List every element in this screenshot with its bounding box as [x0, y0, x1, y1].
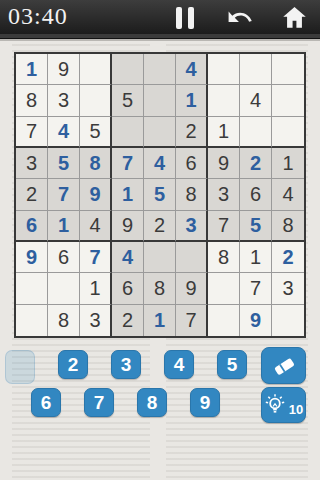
- cell-r5c9[interactable]: 4: [272, 179, 304, 210]
- undo-icon: [226, 4, 253, 31]
- digit-key-1: [5, 350, 35, 384]
- cell-r3c3[interactable]: 5: [80, 117, 112, 148]
- cell-r7c5[interactable]: [144, 242, 176, 273]
- cell-r1c7[interactable]: [208, 54, 240, 85]
- cell-r5c3[interactable]: 9: [80, 179, 112, 210]
- cell-r7c9[interactable]: 2: [272, 242, 304, 273]
- cell-r6c1[interactable]: 6: [16, 211, 48, 242]
- cell-r8c8[interactable]: 7: [240, 273, 272, 304]
- cell-r8c5[interactable]: 8: [144, 273, 176, 304]
- cell-r4c9[interactable]: 1: [272, 148, 304, 179]
- cell-r9c6[interactable]: 7: [176, 305, 208, 336]
- cell-r3c2[interactable]: 4: [48, 117, 80, 148]
- cell-r5c1[interactable]: 2: [16, 179, 48, 210]
- cell-r3c6[interactable]: 2: [176, 117, 208, 148]
- cell-r7c1[interactable]: 9: [16, 242, 48, 273]
- digit-key-4[interactable]: 4: [164, 350, 194, 379]
- cell-r8c2[interactable]: [48, 273, 80, 304]
- cell-r1c8[interactable]: [240, 54, 272, 85]
- cell-r5c2[interactable]: 7: [48, 179, 80, 210]
- cell-r9c7[interactable]: [208, 305, 240, 336]
- cell-r6c3[interactable]: 4: [80, 211, 112, 242]
- cell-r9c4[interactable]: 2: [112, 305, 144, 336]
- hint-count: 10: [289, 402, 303, 422]
- undo-button[interactable]: [224, 4, 254, 31]
- cell-r5c8[interactable]: 6: [240, 179, 272, 210]
- hint-button[interactable]: 10: [261, 387, 306, 423]
- cell-r7c6[interactable]: [176, 242, 208, 273]
- digit-key-9[interactable]: 9: [190, 388, 220, 417]
- cell-r3c7[interactable]: 1: [208, 117, 240, 148]
- cell-r3c5[interactable]: [144, 117, 176, 148]
- pause-icon: [176, 7, 194, 29]
- cell-r4c3[interactable]: 8: [80, 148, 112, 179]
- cell-r6c5[interactable]: 2: [144, 211, 176, 242]
- cell-r1c1[interactable]: 1: [16, 54, 48, 85]
- cell-r8c6[interactable]: 9: [176, 273, 208, 304]
- cell-r5c4[interactable]: 1: [112, 179, 144, 210]
- top-bar: 03:40: [0, 0, 320, 34]
- cell-r4c1[interactable]: 3: [16, 148, 48, 179]
- pause-button[interactable]: [170, 4, 200, 31]
- cell-r9c9[interactable]: [272, 305, 304, 336]
- timer-display: 03:40: [8, 3, 68, 30]
- cell-r2c8[interactable]: 4: [240, 85, 272, 116]
- cell-r2c6[interactable]: 1: [176, 85, 208, 116]
- cell-r2c4[interactable]: 5: [112, 85, 144, 116]
- cell-r1c5[interactable]: [144, 54, 176, 85]
- cell-r9c8[interactable]: 9: [240, 305, 272, 336]
- cell-r8c9[interactable]: 3: [272, 273, 304, 304]
- cell-r7c4[interactable]: 4: [112, 242, 144, 273]
- cell-r1c2[interactable]: 9: [48, 54, 80, 85]
- cell-r4c7[interactable]: 9: [208, 148, 240, 179]
- digit-key-2[interactable]: 2: [58, 350, 88, 379]
- cell-r6c4[interactable]: 9: [112, 211, 144, 242]
- cell-r6c6[interactable]: 3: [176, 211, 208, 242]
- sudoku-board: 1948351474521358746921279158364614923758…: [14, 52, 306, 338]
- cell-r4c4[interactable]: 7: [112, 148, 144, 179]
- eraser-icon: [269, 353, 299, 379]
- cell-r6c8[interactable]: 5: [240, 211, 272, 242]
- cell-r4c8[interactable]: 2: [240, 148, 272, 179]
- cell-r5c7[interactable]: 3: [208, 179, 240, 210]
- eraser-button[interactable]: [261, 347, 306, 384]
- lightbulb-icon: [264, 392, 288, 418]
- cell-r5c6[interactable]: 8: [176, 179, 208, 210]
- cell-r2c9[interactable]: [272, 85, 304, 116]
- cell-r3c8[interactable]: [240, 117, 272, 148]
- cell-r6c9[interactable]: 8: [272, 211, 304, 242]
- cell-r8c1[interactable]: [16, 273, 48, 304]
- cell-r4c5[interactable]: 4: [144, 148, 176, 179]
- home-icon: [281, 4, 308, 31]
- cell-r2c1[interactable]: 8: [16, 85, 48, 116]
- digit-key-6[interactable]: 6: [31, 388, 61, 417]
- cell-r5c5[interactable]: 5: [144, 179, 176, 210]
- cell-r9c3[interactable]: 3: [80, 305, 112, 336]
- cell-r2c3[interactable]: [80, 85, 112, 116]
- cell-r7c3[interactable]: 7: [80, 242, 112, 273]
- digit-key-7[interactable]: 7: [84, 388, 114, 417]
- cell-r8c7[interactable]: [208, 273, 240, 304]
- cell-r3c1[interactable]: 7: [16, 117, 48, 148]
- cell-r6c2[interactable]: 1: [48, 211, 80, 242]
- cell-r1c4[interactable]: [112, 54, 144, 85]
- cell-r6c7[interactable]: 7: [208, 211, 240, 242]
- digit-key-5[interactable]: 5: [217, 350, 247, 379]
- cell-r1c9[interactable]: [272, 54, 304, 85]
- cell-r8c4[interactable]: 6: [112, 273, 144, 304]
- cell-r2c7[interactable]: [208, 85, 240, 116]
- cell-r2c2[interactable]: 3: [48, 85, 80, 116]
- cell-r4c2[interactable]: 5: [48, 148, 80, 179]
- cell-r2c5[interactable]: [144, 85, 176, 116]
- cell-r7c8[interactable]: 1: [240, 242, 272, 273]
- cell-r7c2[interactable]: 6: [48, 242, 80, 273]
- cell-r9c1[interactable]: [16, 305, 48, 336]
- digit-key-8[interactable]: 8: [137, 388, 167, 417]
- cell-r4c6[interactable]: 6: [176, 148, 208, 179]
- cell-r9c2[interactable]: 8: [48, 305, 80, 336]
- home-button[interactable]: [279, 4, 309, 31]
- topbar-light-line: [0, 39, 320, 41]
- cell-r9c5[interactable]: 1: [144, 305, 176, 336]
- cell-r3c9[interactable]: [272, 117, 304, 148]
- digit-key-3[interactable]: 3: [111, 350, 141, 379]
- cell-r7c7[interactable]: 8: [208, 242, 240, 273]
- cell-r8c3[interactable]: 1: [80, 273, 112, 304]
- cell-r1c6[interactable]: 4: [176, 54, 208, 85]
- cell-r3c4[interactable]: [112, 117, 144, 148]
- cell-r1c3[interactable]: [80, 54, 112, 85]
